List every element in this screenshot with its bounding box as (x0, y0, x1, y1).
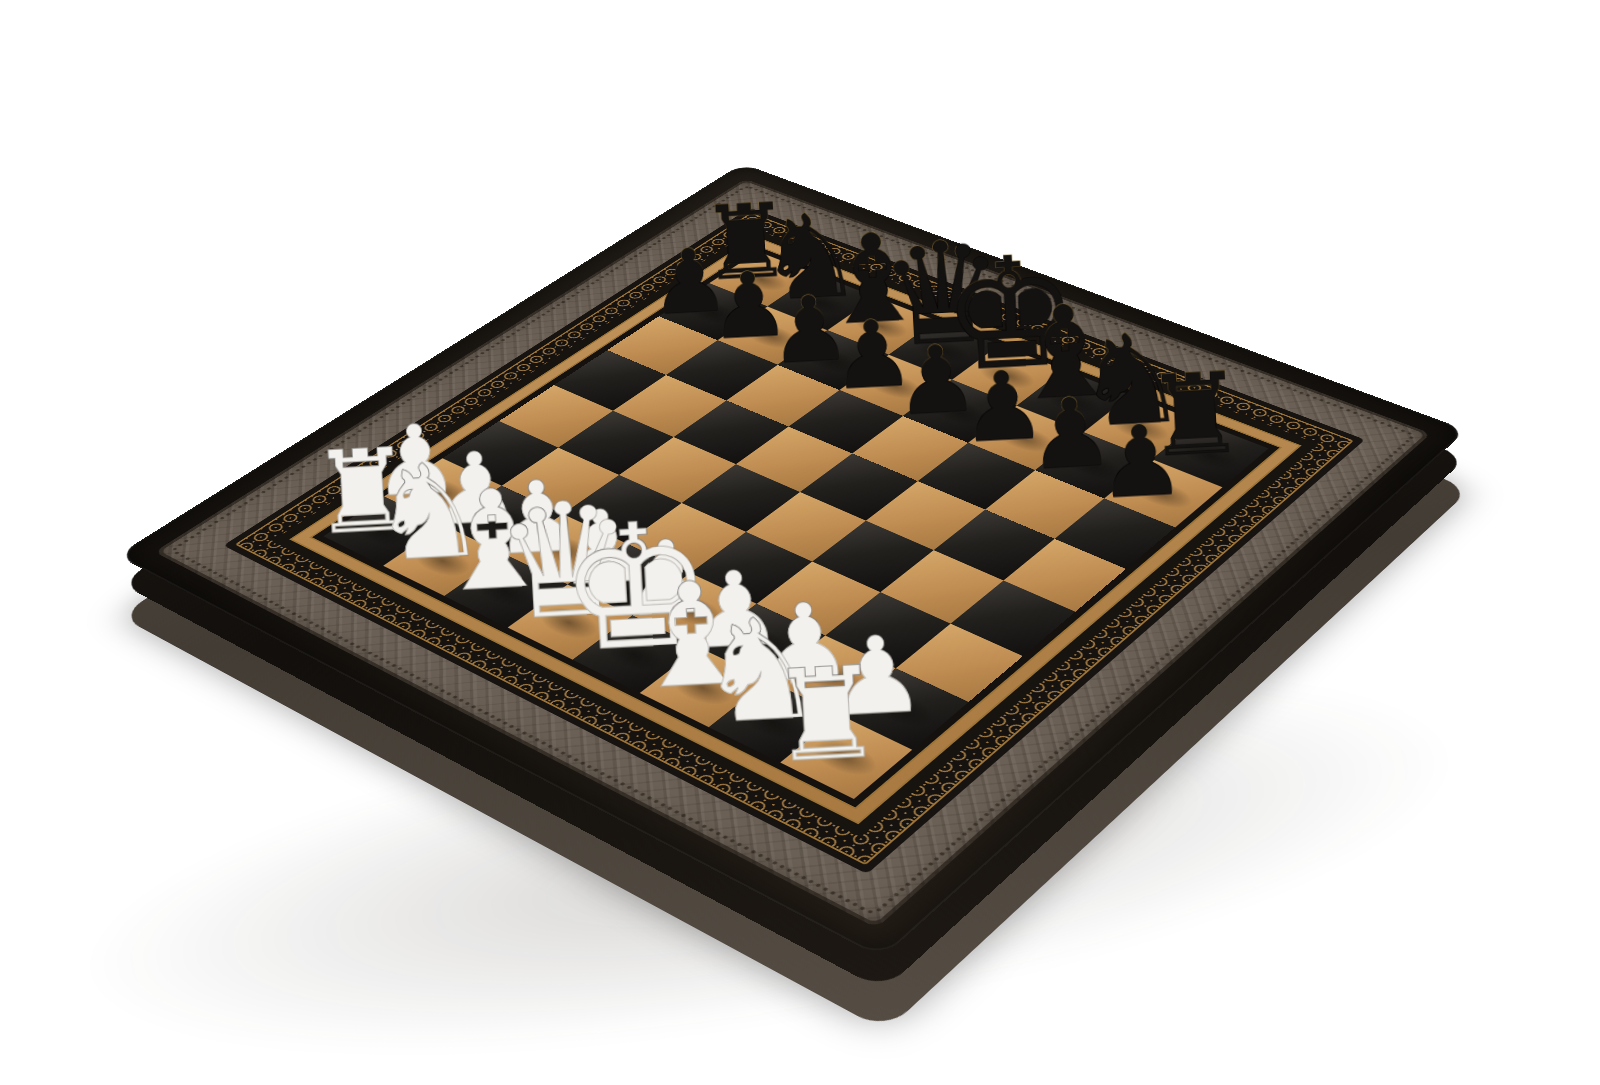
piece-black-pawn: ♟ (1095, 411, 1185, 513)
piece-white-rook: ♜ (766, 649, 867, 780)
photo-background: ♜♞♝♛♚♝♞♜♟♟♟♟♟♟♟♟♟♟♟♟♟♟♟♟♜♞♝♛♚♝♞♜ (0, 0, 1600, 1085)
